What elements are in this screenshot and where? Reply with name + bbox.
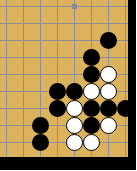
right-crop-border [128,0,137,170]
board-point[interactable]: ● [32,117,49,134]
board-point[interactable] [0,83,15,100]
board-point[interactable] [32,32,49,49]
board-point[interactable] [15,66,32,83]
board-point[interactable] [49,66,66,83]
board-point[interactable] [32,0,49,15]
board-point[interactable] [15,32,32,49]
black-stone[interactable]: ● [49,100,66,117]
board-grid[interactable]: ●●●○●●○○●○●●●●○●○●○○ [0,0,134,168]
black-stone[interactable]: ● [49,83,66,100]
board-point[interactable] [32,49,49,66]
board-point[interactable] [0,49,15,66]
white-stone[interactable]: ○ [66,117,83,134]
board-point[interactable] [15,134,32,151]
board-point[interactable]: ○ [100,66,117,83]
board-point[interactable] [49,49,66,66]
board-point[interactable]: ○ [66,100,83,117]
board-point[interactable] [15,49,32,66]
board-point[interactable] [32,66,49,83]
board-point[interactable] [49,134,66,151]
board-point[interactable]: ○ [100,117,117,134]
board-point[interactable] [49,0,66,15]
board-point[interactable] [32,15,49,32]
board-point[interactable] [15,117,32,134]
board-point[interactable] [83,15,100,32]
board-point[interactable]: ○ [83,83,100,100]
white-stone[interactable]: ○ [83,134,100,151]
black-stone[interactable]: ● [83,117,100,134]
board-point[interactable] [49,15,66,32]
white-stone[interactable]: ○ [66,134,83,151]
board-point[interactable]: ● [100,32,117,49]
black-stone[interactable]: ● [32,117,49,134]
board-point[interactable] [0,100,15,117]
board-point[interactable]: ● [49,83,66,100]
white-stone[interactable]: ○ [100,117,117,134]
white-stone[interactable]: ○ [66,100,83,117]
white-stone[interactable]: ○ [83,83,100,100]
black-stone[interactable]: ● [83,100,100,117]
board-point[interactable]: ● [83,117,100,134]
black-stone[interactable]: ● [83,49,100,66]
board-point[interactable] [100,15,117,32]
board-point[interactable] [66,0,83,15]
board-point[interactable]: ○ [83,134,100,151]
board-point[interactable] [66,49,83,66]
board-point[interactable] [66,15,83,32]
board-point[interactable] [83,32,100,49]
board-point[interactable] [32,83,49,100]
board-point[interactable] [100,49,117,66]
white-stone[interactable]: ○ [100,66,117,83]
board-point[interactable] [66,32,83,49]
black-stone[interactable]: ● [83,66,100,83]
board-point[interactable] [15,15,32,32]
board-point[interactable]: ● [66,83,83,100]
board-point[interactable]: ● [49,100,66,117]
go-board[interactable]: ●●●○●●○○●○●●●●○●○●○○ [0,0,136,170]
board-point[interactable]: ○ [66,134,83,151]
black-stone[interactable]: ● [32,134,49,151]
board-point[interactable]: ● [83,100,100,117]
board-point[interactable] [100,134,117,151]
board-point[interactable] [0,0,15,15]
board-point[interactable] [83,0,100,15]
board-point[interactable] [49,32,66,49]
black-stone[interactable]: ● [66,83,83,100]
board-point[interactable]: ● [32,134,49,151]
white-stone[interactable]: ○ [100,83,117,100]
board-point[interactable] [0,32,15,49]
board-point[interactable] [15,0,32,15]
board-point[interactable]: ● [83,66,100,83]
board-point[interactable]: ● [100,100,117,117]
board-point[interactable] [66,66,83,83]
board-point[interactable] [32,100,49,117]
board-point[interactable] [100,0,117,15]
board-point[interactable] [0,15,15,32]
black-stone[interactable]: ● [100,32,117,49]
board-point[interactable]: ● [83,49,100,66]
bottom-crop-border [0,157,136,171]
board-point[interactable] [49,117,66,134]
board-point[interactable] [15,100,32,117]
board-point[interactable] [15,83,32,100]
board-point[interactable] [0,134,15,151]
board-point[interactable] [0,66,15,83]
black-stone[interactable]: ● [100,100,117,117]
board-point[interactable]: ○ [100,83,117,100]
board-point[interactable]: ○ [66,117,83,134]
board-point[interactable] [0,117,15,134]
